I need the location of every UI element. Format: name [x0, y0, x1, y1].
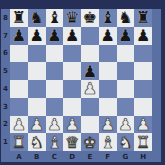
- white-king-e1[interactable]: ♚: [83, 134, 97, 151]
- square-c1[interactable]: ♝: [46, 133, 64, 151]
- square-c6[interactable]: [46, 45, 64, 63]
- square-g2[interactable]: ♟: [117, 116, 135, 134]
- square-h3[interactable]: [134, 98, 152, 116]
- rank-label-6: 6: [1, 45, 10, 63]
- square-d7[interactable]: ♟: [63, 27, 81, 45]
- square-e6[interactable]: [81, 45, 99, 63]
- file-label-h: H: [134, 151, 152, 162]
- black-pawn-c7[interactable]: ♟: [47, 27, 61, 44]
- white-knight-g1[interactable]: ♞: [118, 134, 132, 151]
- square-e5[interactable]: ♟: [81, 62, 99, 80]
- rank-labels: 87654321: [1, 9, 10, 151]
- square-c3[interactable]: [46, 98, 64, 116]
- square-a4[interactable]: [10, 80, 28, 98]
- square-e2[interactable]: [81, 116, 99, 134]
- black-rook-h8[interactable]: ♜: [136, 9, 150, 26]
- white-pawn-a2[interactable]: ♟: [12, 116, 26, 133]
- white-pawn-h2[interactable]: ♟: [136, 116, 150, 133]
- square-f5[interactable]: [99, 62, 117, 80]
- black-queen-d8[interactable]: ♛: [65, 9, 79, 26]
- file-label-f: F: [99, 151, 117, 162]
- square-b4[interactable]: [28, 80, 46, 98]
- square-g5[interactable]: [117, 62, 135, 80]
- file-label-g: G: [117, 151, 135, 162]
- white-pawn-f2[interactable]: ♟: [100, 116, 114, 133]
- square-h7[interactable]: ♟: [134, 27, 152, 45]
- square-b5[interactable]: [28, 62, 46, 80]
- square-f2[interactable]: ♟: [99, 116, 117, 134]
- square-d1[interactable]: ♛: [63, 133, 81, 151]
- file-label-e: E: [81, 151, 99, 162]
- rank-label-5: 5: [1, 62, 10, 80]
- square-a7[interactable]: ♟: [10, 27, 28, 45]
- square-g8[interactable]: ♞: [117, 9, 135, 27]
- square-d5[interactable]: [63, 62, 81, 80]
- square-b8[interactable]: ♞: [28, 9, 46, 27]
- rank-label-3: 3: [1, 98, 10, 116]
- square-h5[interactable]: [134, 62, 152, 80]
- black-bishop-c8[interactable]: ♝: [47, 9, 61, 26]
- chess-board-widget: 87654321 ♜♞♝♛♚♝♞♜♟♟♟♟♟♟♟♟♟♟♟♟♟♟♟♟♜♞♝♛♚♝♞…: [0, 0, 165, 165]
- square-f1[interactable]: ♝: [99, 133, 117, 151]
- black-rook-a8[interactable]: ♜: [12, 9, 26, 26]
- white-pawn-e4[interactable]: ♟: [83, 80, 97, 97]
- square-g3[interactable]: [117, 98, 135, 116]
- square-e7[interactable]: [81, 27, 99, 45]
- square-e4[interactable]: ♟: [81, 80, 99, 98]
- square-c5[interactable]: [46, 62, 64, 80]
- square-b1[interactable]: ♞: [28, 133, 46, 151]
- square-c2[interactable]: ♟: [46, 116, 64, 134]
- black-knight-g8[interactable]: ♞: [118, 9, 132, 26]
- square-f8[interactable]: ♝: [99, 9, 117, 27]
- black-pawn-f7[interactable]: ♟: [100, 27, 114, 44]
- square-a6[interactable]: [10, 45, 28, 63]
- square-e3[interactable]: [81, 98, 99, 116]
- rank-label-2: 2: [1, 116, 10, 134]
- square-h6[interactable]: [134, 45, 152, 63]
- square-e1[interactable]: ♚: [81, 133, 99, 151]
- square-c4[interactable]: [46, 80, 64, 98]
- square-f3[interactable]: [99, 98, 117, 116]
- square-c7[interactable]: ♟: [46, 27, 64, 45]
- square-a8[interactable]: ♜: [10, 9, 28, 27]
- square-a3[interactable]: [10, 98, 28, 116]
- chess-board[interactable]: ♜♞♝♛♚♝♞♜♟♟♟♟♟♟♟♟♟♟♟♟♟♟♟♟♜♞♝♛♚♝♞♜: [10, 9, 152, 151]
- black-pawn-e5[interactable]: ♟: [83, 63, 97, 80]
- square-g6[interactable]: [117, 45, 135, 63]
- square-e8[interactable]: ♚: [81, 9, 99, 27]
- square-d6[interactable]: [63, 45, 81, 63]
- square-b6[interactable]: [28, 45, 46, 63]
- white-knight-b1[interactable]: ♞: [29, 134, 43, 151]
- file-label-c: C: [46, 151, 64, 162]
- board-frame: 87654321 ♜♞♝♛♚♝♞♜♟♟♟♟♟♟♟♟♟♟♟♟♟♟♟♟♜♞♝♛♚♝♞…: [1, 9, 161, 162]
- white-pawn-b2[interactable]: ♟: [29, 116, 43, 133]
- square-g4[interactable]: [117, 80, 135, 98]
- square-f6[interactable]: [99, 45, 117, 63]
- square-h2[interactable]: ♟: [134, 116, 152, 134]
- black-king-e8[interactable]: ♚: [83, 9, 97, 26]
- square-d2[interactable]: ♟: [63, 116, 81, 134]
- white-queen-d1[interactable]: ♛: [65, 134, 79, 151]
- file-labels: ABCDEFGH: [10, 151, 152, 162]
- square-h8[interactable]: ♜: [134, 9, 152, 27]
- square-h4[interactable]: [134, 80, 152, 98]
- white-pawn-g2[interactable]: ♟: [118, 116, 132, 133]
- black-pawn-h7[interactable]: ♟: [136, 27, 150, 44]
- black-pawn-d7[interactable]: ♟: [65, 27, 79, 44]
- rank-label-1: 1: [1, 133, 10, 151]
- square-b2[interactable]: ♟: [28, 116, 46, 134]
- square-b3[interactable]: [28, 98, 46, 116]
- file-label-d: D: [63, 151, 81, 162]
- file-label-b: B: [28, 151, 46, 162]
- square-f4[interactable]: [99, 80, 117, 98]
- square-a1[interactable]: ♜: [10, 133, 28, 151]
- square-d3[interactable]: [63, 98, 81, 116]
- black-bishop-f8[interactable]: ♝: [100, 9, 114, 26]
- rank-label-4: 4: [1, 80, 10, 98]
- white-pawn-c2[interactable]: ♟: [47, 116, 61, 133]
- square-a2[interactable]: ♟: [10, 116, 28, 134]
- file-label-a: A: [10, 151, 28, 162]
- square-d4[interactable]: [63, 80, 81, 98]
- rank-label-7: 7: [1, 27, 10, 45]
- rank-label-8: 8: [1, 9, 10, 27]
- square-h1[interactable]: ♜: [134, 133, 152, 151]
- white-rook-a1[interactable]: ♜: [12, 134, 26, 151]
- square-c8[interactable]: ♝: [46, 9, 64, 27]
- square-g1[interactable]: ♞: [117, 133, 135, 151]
- black-pawn-b7[interactable]: ♟: [29, 27, 43, 44]
- white-bishop-c1[interactable]: ♝: [47, 134, 61, 151]
- white-bishop-f1[interactable]: ♝: [100, 134, 114, 151]
- square-g7[interactable]: ♟: [117, 27, 135, 45]
- square-f7[interactable]: ♟: [99, 27, 117, 45]
- square-b7[interactable]: ♟: [28, 27, 46, 45]
- black-knight-b8[interactable]: ♞: [29, 9, 43, 26]
- white-rook-h1[interactable]: ♜: [136, 134, 150, 151]
- square-a5[interactable]: [10, 62, 28, 80]
- white-pawn-d2[interactable]: ♟: [65, 116, 79, 133]
- black-pawn-a7[interactable]: ♟: [12, 27, 26, 44]
- square-d8[interactable]: ♛: [63, 9, 81, 27]
- black-pawn-g7[interactable]: ♟: [118, 27, 132, 44]
